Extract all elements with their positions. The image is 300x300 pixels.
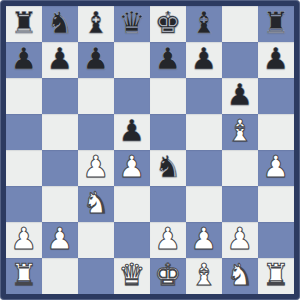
square-b3[interactable]: [42, 186, 78, 222]
square-e6[interactable]: [150, 78, 186, 114]
piece-black-queen-icon: ♛: [119, 8, 146, 38]
piece-white-pawn-icon: ♟: [119, 152, 146, 182]
square-e7[interactable]: ♟: [150, 42, 186, 78]
chess-board-grid: ♜♞♝♛♚♝♜♟♟♟♟♟♟♟♟♝♟♟♞♟♞♟♟♟♟♟♜♛♚♝♞♜: [6, 6, 294, 294]
piece-white-pawn-icon: ♟: [263, 152, 290, 182]
piece-white-bishop-icon: ♝: [227, 116, 254, 146]
piece-white-pawn-icon: ♟: [191, 224, 218, 254]
square-g5[interactable]: ♝: [222, 114, 258, 150]
square-c4[interactable]: ♟: [78, 150, 114, 186]
square-h6[interactable]: [258, 78, 294, 114]
piece-black-pawn-icon: ♟: [227, 80, 254, 110]
square-a1[interactable]: ♜: [6, 258, 42, 294]
square-b1[interactable]: [42, 258, 78, 294]
square-d7[interactable]: [114, 42, 150, 78]
piece-black-pawn-icon: ♟: [119, 116, 146, 146]
square-e1[interactable]: ♚: [150, 258, 186, 294]
chess-board: ♜♞♝♛♚♝♜♟♟♟♟♟♟♟♟♝♟♟♞♟♞♟♟♟♟♟♜♛♚♝♞♜: [0, 0, 300, 300]
square-h7[interactable]: ♟: [258, 42, 294, 78]
piece-black-rook-icon: ♜: [11, 8, 38, 38]
square-a2[interactable]: ♟: [6, 222, 42, 258]
square-h3[interactable]: [258, 186, 294, 222]
square-h8[interactable]: ♜: [258, 6, 294, 42]
piece-black-knight-icon: ♞: [155, 152, 182, 182]
piece-white-rook-icon: ♜: [11, 260, 38, 290]
piece-white-queen-icon: ♛: [119, 260, 146, 290]
piece-black-pawn-icon: ♟: [263, 44, 290, 74]
square-e8[interactable]: ♚: [150, 6, 186, 42]
square-c8[interactable]: ♝: [78, 6, 114, 42]
square-d2[interactable]: [114, 222, 150, 258]
square-a5[interactable]: [6, 114, 42, 150]
square-g2[interactable]: ♟: [222, 222, 258, 258]
square-a3[interactable]: [6, 186, 42, 222]
piece-white-pawn-icon: ♟: [155, 224, 182, 254]
piece-black-king-icon: ♚: [155, 8, 182, 38]
square-d8[interactable]: ♛: [114, 6, 150, 42]
piece-white-pawn-icon: ♟: [83, 152, 110, 182]
piece-black-bishop-icon: ♝: [191, 8, 218, 38]
square-a8[interactable]: ♜: [6, 6, 42, 42]
square-c1[interactable]: [78, 258, 114, 294]
square-h5[interactable]: [258, 114, 294, 150]
square-f7[interactable]: ♟: [186, 42, 222, 78]
square-d6[interactable]: [114, 78, 150, 114]
square-f2[interactable]: ♟: [186, 222, 222, 258]
square-e3[interactable]: [150, 186, 186, 222]
square-d3[interactable]: [114, 186, 150, 222]
square-f8[interactable]: ♝: [186, 6, 222, 42]
square-d5[interactable]: ♟: [114, 114, 150, 150]
square-e2[interactable]: ♟: [150, 222, 186, 258]
square-h1[interactable]: ♜: [258, 258, 294, 294]
square-c5[interactable]: [78, 114, 114, 150]
square-f1[interactable]: ♝: [186, 258, 222, 294]
square-f6[interactable]: [186, 78, 222, 114]
square-c6[interactable]: [78, 78, 114, 114]
square-c2[interactable]: [78, 222, 114, 258]
piece-white-pawn-icon: ♟: [11, 224, 38, 254]
piece-black-pawn-icon: ♟: [47, 44, 74, 74]
square-b6[interactable]: [42, 78, 78, 114]
square-f5[interactable]: [186, 114, 222, 150]
square-b8[interactable]: ♞: [42, 6, 78, 42]
square-g7[interactable]: [222, 42, 258, 78]
square-h4[interactable]: ♟: [258, 150, 294, 186]
square-b7[interactable]: ♟: [42, 42, 78, 78]
square-g8[interactable]: [222, 6, 258, 42]
square-b2[interactable]: ♟: [42, 222, 78, 258]
piece-black-pawn-icon: ♟: [11, 44, 38, 74]
piece-black-knight-icon: ♞: [47, 8, 74, 38]
piece-black-bishop-icon: ♝: [83, 8, 110, 38]
piece-white-king-icon: ♚: [155, 260, 182, 290]
piece-black-pawn-icon: ♟: [155, 44, 182, 74]
square-f4[interactable]: [186, 150, 222, 186]
piece-white-pawn-icon: ♟: [227, 224, 254, 254]
square-h2[interactable]: [258, 222, 294, 258]
piece-black-rook-icon: ♜: [263, 8, 290, 38]
piece-white-knight-icon: ♞: [227, 260, 254, 290]
piece-black-pawn-icon: ♟: [191, 44, 218, 74]
square-e4[interactable]: ♞: [150, 150, 186, 186]
square-g3[interactable]: [222, 186, 258, 222]
square-a4[interactable]: [6, 150, 42, 186]
square-d1[interactable]: ♛: [114, 258, 150, 294]
square-b5[interactable]: [42, 114, 78, 150]
square-a7[interactable]: ♟: [6, 42, 42, 78]
square-g1[interactable]: ♞: [222, 258, 258, 294]
piece-black-pawn-icon: ♟: [83, 44, 110, 74]
square-e5[interactable]: [150, 114, 186, 150]
square-g4[interactable]: [222, 150, 258, 186]
piece-white-knight-icon: ♞: [83, 188, 110, 218]
square-c7[interactable]: ♟: [78, 42, 114, 78]
square-f3[interactable]: [186, 186, 222, 222]
square-c3[interactable]: ♞: [78, 186, 114, 222]
square-d4[interactable]: ♟: [114, 150, 150, 186]
square-b4[interactable]: [42, 150, 78, 186]
square-g6[interactable]: ♟: [222, 78, 258, 114]
piece-white-rook-icon: ♜: [263, 260, 290, 290]
piece-white-pawn-icon: ♟: [47, 224, 74, 254]
piece-white-bishop-icon: ♝: [191, 260, 218, 290]
square-a6[interactable]: [6, 78, 42, 114]
